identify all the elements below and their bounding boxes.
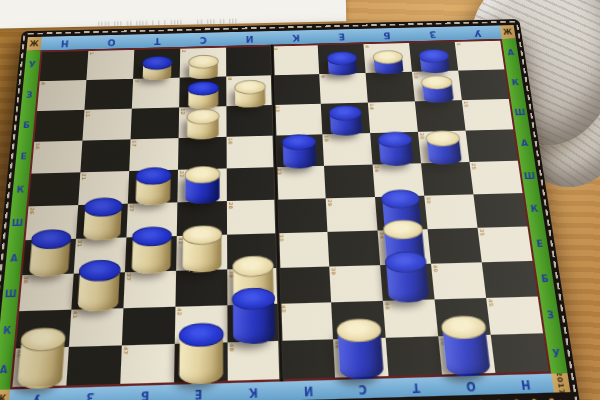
band-letter: Е: [20, 153, 27, 162]
table-scene: |||| ||| || |||| | | | |||| || ||| || ||…: [0, 0, 600, 400]
square-number: 11: [85, 111, 91, 118]
square-number: 6: [40, 82, 46, 85]
piece-cream-man[interactable]: [187, 115, 219, 139]
square-number: 25: [471, 163, 478, 170]
paper-text: |||| ||| || |||| | | | ||||: [98, 19, 183, 27]
man-top-face: [418, 49, 450, 64]
band-letter: А: [507, 49, 515, 57]
king-top-face: [141, 56, 172, 71]
square-number: 41: [72, 311, 79, 319]
square-r2c8[interactable]: [366, 72, 415, 103]
man-top-face: [232, 255, 274, 277]
square-r5c6[interactable]: 23: [275, 166, 325, 200]
square-r2c5[interactable]: 8: [226, 75, 273, 106]
square-number: 26: [29, 207, 36, 214]
piece-blue-king[interactable]: [337, 328, 384, 379]
king-top-face: [184, 165, 221, 184]
man-top-face: [281, 134, 317, 151]
band-letter: З: [547, 311, 555, 321]
piece-cream-man[interactable]: [235, 87, 265, 108]
square-number: 33: [278, 234, 284, 241]
square-r5c4[interactable]: 22: [177, 168, 226, 202]
square-number: 45: [487, 299, 494, 307]
band-letter: И: [303, 384, 313, 396]
corner-block-top-right: Ж: [500, 25, 516, 39]
man-top-face: [326, 51, 357, 66]
square-r8c7[interactable]: 39: [329, 265, 383, 302]
square-r3c5[interactable]: [226, 105, 274, 137]
band-letter: С: [358, 383, 367, 395]
square-r1c10[interactable]: 5: [455, 41, 505, 71]
square-number: 28: [228, 202, 234, 209]
square-r10c6[interactable]: [280, 339, 335, 379]
square-r4c9[interactable]: 20: [418, 131, 470, 164]
square-r9c6[interactable]: 43: [279, 302, 333, 341]
square-r3c7[interactable]: [321, 103, 370, 135]
square-number: 43: [280, 305, 287, 313]
draughts-board: Ж НОТСИКЕБЗУ Ж УЗБЕКШАШКА 12345678910111…: [0, 19, 581, 400]
square-r2c10[interactable]: [458, 69, 509, 100]
square-number: 13: [275, 106, 281, 113]
square-r6c5[interactable]: 28: [227, 200, 277, 235]
square-r2c9[interactable]: 10: [412, 71, 462, 102]
corner-block-bottom-right: 2017: [551, 373, 570, 392]
piece-cream-man[interactable]: [189, 61, 218, 79]
band-letter: И: [245, 34, 253, 43]
square-number: 3: [273, 47, 279, 50]
man-top-face: [377, 131, 413, 148]
square-number: 18: [228, 138, 234, 145]
piece-blue-man[interactable]: [385, 260, 429, 302]
band-letter: З: [429, 30, 437, 39]
square-number: 42: [176, 308, 183, 316]
square-r4c6[interactable]: [274, 134, 324, 167]
square-r9c2[interactable]: 41: [69, 308, 124, 347]
square-r3c10[interactable]: 15: [462, 99, 513, 131]
king-top-face: [187, 81, 219, 96]
band-letter: У: [28, 61, 35, 69]
square-number: 30: [425, 197, 432, 204]
band-letter: К: [530, 205, 539, 214]
square-r10c3[interactable]: 47: [120, 344, 175, 384]
square-number: 16: [35, 143, 41, 150]
square-r10c8[interactable]: [386, 336, 442, 376]
band-letter: З: [26, 91, 33, 99]
square-r7c1[interactable]: [22, 239, 76, 275]
king-top-face: [131, 227, 172, 248]
square-number: 10: [413, 72, 419, 78]
king-top-face: [178, 322, 224, 347]
square-r2c3[interactable]: 7: [132, 78, 180, 109]
square-number: 24: [374, 165, 380, 172]
band-letter: У: [552, 349, 561, 360]
band-letter: Т: [412, 381, 421, 393]
band-letter: К: [511, 78, 519, 86]
square-r1c7[interactable]: [318, 44, 366, 74]
piece-cream-man[interactable]: [182, 234, 221, 273]
man-top-face: [186, 108, 219, 125]
square-r9c3[interactable]: [122, 307, 176, 346]
king-top-face: [335, 318, 382, 343]
square-r3c3[interactable]: [131, 107, 180, 139]
square-number: 40: [432, 265, 439, 273]
square-r8c1[interactable]: 36: [19, 274, 74, 312]
square-r1c3[interactable]: [133, 49, 180, 79]
piece-cream-king[interactable]: [131, 236, 171, 275]
square-r2c4[interactable]: [179, 76, 226, 107]
square-number: 36: [23, 276, 30, 284]
square-number: 8: [227, 77, 233, 80]
square-r7c6[interactable]: 33: [277, 232, 329, 268]
paper-text: || ||| || |||: [197, 18, 238, 25]
square-number: 5: [456, 43, 462, 46]
band-letter: Е: [338, 32, 345, 41]
band-letter: У: [474, 28, 482, 37]
square-number: 35: [479, 229, 486, 236]
piece-blue-king[interactable]: [426, 138, 462, 165]
square-r10c7[interactable]: 49: [333, 338, 389, 378]
square-r10c5[interactable]: 48: [228, 341, 282, 381]
square-number: 9: [320, 75, 326, 78]
square-r3c9[interactable]: [415, 100, 466, 132]
band-letter: О: [107, 38, 115, 47]
square-r1c9[interactable]: [409, 42, 458, 72]
piece-cream-man[interactable]: [17, 337, 65, 389]
piece-cream-king[interactable]: [188, 88, 218, 109]
man-top-face: [234, 80, 266, 95]
piece-cream-king[interactable]: [28, 238, 70, 277]
band-letter: К: [3, 326, 12, 336]
piece-cream-king[interactable]: [83, 206, 122, 241]
square-number: 29: [327, 199, 333, 206]
band-letter: Т: [154, 36, 161, 45]
square-r1c4[interactable]: 2: [180, 48, 227, 78]
band-letter: К: [249, 386, 258, 398]
square-r1c8[interactable]: 4: [363, 43, 412, 73]
band-letter: Б: [141, 389, 150, 400]
square-r8c2[interactable]: [71, 272, 125, 309]
square-r2c6[interactable]: [273, 74, 321, 105]
piece-blue-king[interactable]: [421, 82, 453, 103]
band-letter: Ш: [514, 109, 526, 118]
band-letter: Ш: [523, 172, 535, 181]
square-number: 17: [131, 140, 137, 147]
piece-blue-king[interactable]: [442, 325, 492, 376]
square-r8c3[interactable]: 37: [123, 271, 176, 308]
square-r9c8[interactable]: 44: [383, 299, 438, 337]
man-top-face: [182, 225, 222, 246]
piece-blue-man[interactable]: [327, 57, 356, 75]
square-number: 44: [384, 302, 391, 310]
band-letter: К: [16, 185, 24, 194]
king-top-face: [439, 315, 487, 340]
square-r5c5[interactable]: [227, 167, 277, 201]
band-letter: А: [10, 253, 18, 263]
band-letter: У: [32, 392, 41, 400]
square-r3c4[interactable]: 12: [179, 106, 227, 138]
man-top-face: [384, 251, 428, 273]
square-r4c2[interactable]: [80, 139, 130, 172]
man-top-face: [328, 105, 362, 122]
square-r10c4[interactable]: [174, 342, 228, 382]
band-letter: С: [200, 35, 207, 44]
band-letter: К: [292, 33, 300, 42]
square-r1c6[interactable]: 3: [272, 45, 319, 75]
piece-blue-man[interactable]: [232, 298, 275, 345]
square-r5c1[interactable]: [29, 172, 81, 206]
corner-block-top-left: Ж: [26, 37, 41, 51]
square-number: 15: [463, 101, 470, 108]
king-top-face: [78, 259, 121, 282]
piece-blue-man[interactable]: [329, 112, 362, 136]
square-r6c9[interactable]: 30: [424, 194, 477, 229]
square-r4c5[interactable]: 18: [227, 136, 276, 169]
board-outer-border: Ж НОТСИКЕБЗУ Ж УЗБЕКШАШКА 12345678910111…: [0, 19, 581, 400]
square-r4c1[interactable]: 16: [31, 141, 82, 174]
square-r2c7[interactable]: 9: [319, 73, 368, 104]
square-r5c7[interactable]: [324, 165, 375, 199]
square-r3c8[interactable]: 14: [368, 101, 418, 133]
square-r5c9[interactable]: [421, 162, 473, 196]
square-r4c7[interactable]: 19: [322, 133, 372, 166]
band-letter: Б: [541, 274, 550, 284]
piece-cream-king[interactable]: [135, 174, 171, 205]
band-letter: Б: [23, 121, 30, 130]
square-r5c3[interactable]: [128, 170, 178, 204]
square-number: 47: [123, 346, 130, 354]
band-letter: Н: [520, 378, 531, 390]
square-r2c2[interactable]: [84, 79, 133, 110]
square-r4c10[interactable]: [466, 129, 518, 162]
king-top-face: [420, 75, 453, 90]
square-r1c1[interactable]: [40, 51, 89, 81]
band-letter: Ш: [4, 289, 17, 299]
band-letter: Н: [60, 39, 69, 48]
man-top-face: [380, 189, 420, 209]
play-area: 1234567891011121314151617181920212223242…: [10, 39, 551, 389]
square-r6c7[interactable]: 29: [326, 197, 378, 232]
square-r10c1[interactable]: 46: [12, 347, 68, 387]
square-r8c9[interactable]: 40: [431, 262, 486, 299]
piece-blue-man[interactable]: [282, 141, 316, 169]
square-r7c10[interactable]: 35: [478, 226, 533, 262]
piece-blue-king[interactable]: [373, 56, 403, 74]
square-number: 1: [89, 52, 95, 55]
square-number: 7: [134, 80, 140, 83]
piece-blue-man[interactable]: [378, 139, 413, 166]
square-r7c4[interactable]: 32: [176, 235, 227, 271]
square-r4c8[interactable]: [370, 132, 421, 165]
square-r6c10[interactable]: [473, 193, 527, 228]
square-number: 31: [76, 240, 83, 247]
band-letter: А: [0, 365, 8, 376]
band-letter: Е: [195, 387, 203, 399]
band-letter: О: [465, 379, 476, 391]
man-top-face: [19, 327, 67, 352]
square-r2c1[interactable]: 6: [37, 80, 86, 111]
band-letter: А: [521, 140, 529, 149]
square-r8c10[interactable]: [482, 261, 538, 298]
square-r6c6[interactable]: [276, 198, 327, 233]
square-r8c6[interactable]: [278, 267, 331, 304]
king-top-face: [30, 229, 72, 250]
square-r9c5[interactable]: [227, 304, 280, 343]
band-letter: Е: [536, 239, 544, 249]
piece-cream-king[interactable]: [77, 269, 120, 312]
square-number: 12: [180, 108, 186, 115]
man-top-face: [231, 287, 275, 310]
square-r10c2[interactable]: [66, 345, 122, 385]
piece-cream-king[interactable]: [142, 62, 171, 80]
square-r3c2[interactable]: 11: [82, 109, 131, 141]
year-mark: 2017: [555, 373, 567, 392]
square-number: 21: [81, 173, 87, 180]
king-top-face: [424, 130, 461, 147]
square-r3c6[interactable]: 13: [274, 104, 323, 136]
king-top-face: [372, 50, 403, 65]
piece-blue-man[interactable]: [419, 55, 449, 73]
square-r5c10[interactable]: 25: [469, 161, 522, 195]
square-r7c7[interactable]: [327, 231, 380, 267]
band-letter: Ш: [11, 219, 23, 229]
square-number: 23: [276, 168, 282, 175]
square-r1c5[interactable]: [226, 46, 273, 76]
square-r8c8[interactable]: [380, 264, 434, 301]
square-number: 19: [323, 135, 329, 142]
square-r7c9[interactable]: [428, 228, 482, 264]
piece-cream-king[interactable]: [179, 333, 224, 385]
piece-blue-king[interactable]: [185, 173, 220, 204]
square-r7c3[interactable]: [125, 236, 177, 272]
square-r10c10[interactable]: [491, 333, 549, 373]
king-top-face: [382, 220, 424, 241]
square-r8c4[interactable]: [175, 269, 227, 306]
square-number: 37: [126, 273, 133, 281]
square-number: 2: [181, 49, 187, 52]
square-r6c2[interactable]: [76, 204, 128, 239]
square-r10c9[interactable]: 50: [438, 335, 495, 375]
square-number: 27: [129, 205, 135, 212]
band-letter: Б: [383, 31, 391, 40]
man-top-face: [188, 54, 218, 69]
square-r3c1[interactable]: [34, 110, 84, 142]
band-letter: З: [87, 391, 96, 400]
square-number: 14: [369, 103, 375, 110]
square-r9c10[interactable]: 45: [486, 296, 543, 334]
square-number: 48: [229, 343, 236, 351]
king-top-face: [135, 166, 172, 185]
square-number: 39: [330, 267, 337, 275]
king-top-face: [83, 197, 123, 217]
square-r1c2[interactable]: 1: [86, 50, 134, 80]
square-number: 4: [364, 45, 370, 48]
